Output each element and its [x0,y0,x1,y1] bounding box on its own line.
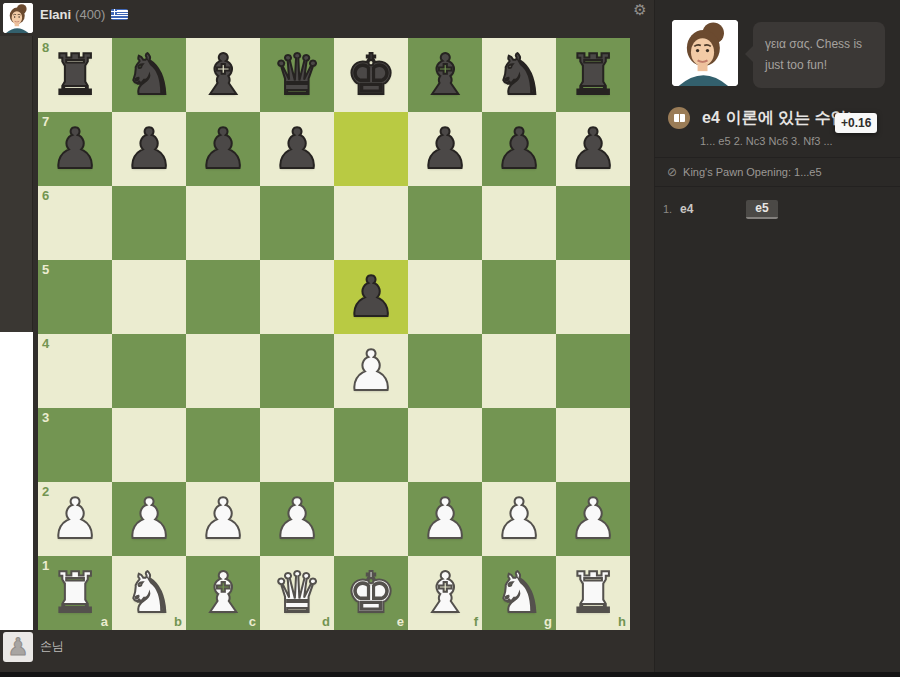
square-b2[interactable]: ♟ [112,482,186,556]
piece-white-pawn[interactable]: ♟ [494,482,544,556]
piece-white-rook[interactable]: ♜ [568,556,618,630]
square-b1[interactable]: b♞ [112,556,186,630]
square-f3[interactable] [408,408,482,482]
square-a6[interactable]: 6 [38,186,112,260]
square-g8[interactable]: ♞ [482,38,556,112]
square-b6[interactable] [112,186,186,260]
analysis-heading-text: e4이론에 있는 수입니 [702,108,852,129]
piece-black-rook[interactable]: ♜ [50,38,100,112]
square-c1[interactable]: c♝ [186,556,260,630]
game-window: Elani(400) ⚙ 8♜♞♝♛♚♝♞♜7♟♟♟♟♟♟♟65♟4♟32♟♟♟… [0,0,900,677]
square-c6[interactable] [186,186,260,260]
chat-message-line2: just too fun! [765,55,873,76]
rank-label-3: 3 [42,410,49,425]
rank-label-7: 7 [42,114,49,129]
file-label-d: d [322,614,330,629]
greece-flag-icon [111,9,128,20]
square-c3[interactable] [186,408,260,482]
square-g7[interactable]: ♟ [482,112,556,186]
piece-black-pawn[interactable]: ♟ [420,112,470,186]
square-f4[interactable] [408,334,482,408]
square-d2[interactable]: ♟ [260,482,334,556]
square-d3[interactable] [260,408,334,482]
square-g6[interactable] [482,186,556,260]
square-h1[interactable]: h♜ [556,556,630,630]
square-a4[interactable]: 4 [38,334,112,408]
piece-white-bishop[interactable]: ♝ [420,556,470,630]
square-h2[interactable]: ♟ [556,482,630,556]
square-f7[interactable]: ♟ [408,112,482,186]
square-c7[interactable]: ♟ [186,112,260,186]
square-h6[interactable] [556,186,630,260]
opening-book-icon [668,107,690,129]
square-f8[interactable]: ♝ [408,38,482,112]
piece-white-knight[interactable]: ♞ [494,556,544,630]
move-list-row: 1. e4 e5 [654,198,900,220]
square-d1[interactable]: d♛ [260,556,334,630]
square-f2[interactable]: ♟ [408,482,482,556]
file-label-e: e [397,614,404,629]
analysis-comment: 이론에 있는 수입니 [726,109,852,126]
square-d8[interactable]: ♛ [260,38,334,112]
square-g3[interactable] [482,408,556,482]
file-label-c: c [249,614,256,629]
right-panel [654,0,900,677]
opening-name: King's Pawn Opening: 1...e5 [683,166,821,178]
bottom-border-bar [0,672,900,677]
square-e8[interactable]: ♚ [334,38,408,112]
piece-black-bishop[interactable]: ♝ [198,38,248,112]
square-f6[interactable] [408,186,482,260]
piece-white-pawn[interactable]: ♟ [198,482,248,556]
square-d4[interactable] [260,334,334,408]
square-a5[interactable]: 5 [38,260,112,334]
left-panel-edge-dark [0,36,33,332]
move-white[interactable]: e4 [680,202,746,216]
chess-board: 8♜♞♝♛♚♝♞♜7♟♟♟♟♟♟♟65♟4♟32♟♟♟♟♟♟♟1a♜b♞c♝d♛… [38,38,630,630]
player-avatar[interactable]: ♟ [3,632,33,662]
coach-avatar[interactable] [672,20,738,86]
square-c4[interactable] [186,334,260,408]
piece-white-rook[interactable]: ♜ [50,556,100,630]
square-b5[interactable] [112,260,186,334]
square-b8[interactable]: ♞ [112,38,186,112]
square-f5[interactable] [408,260,482,334]
square-e2[interactable] [334,482,408,556]
piece-black-pawn[interactable]: ♟ [568,112,618,186]
piece-black-queen[interactable]: ♛ [272,38,322,112]
piece-white-queen[interactable]: ♛ [272,556,322,630]
rank-label-8: 8 [42,40,49,55]
file-label-a: a [101,614,108,629]
opponent-name-text: Elani [40,7,71,22]
piece-white-king[interactable]: ♚ [346,556,396,630]
square-b3[interactable] [112,408,186,482]
rank-label-5: 5 [42,262,49,277]
rank-label-1: 1 [42,558,49,573]
piece-black-pawn[interactable]: ♟ [272,112,322,186]
opening-name-row[interactable]: ⊘ King's Pawn Opening: 1...e5 [654,157,900,187]
piece-white-pawn[interactable]: ♟ [272,482,322,556]
square-e7[interactable] [334,112,408,186]
piece-black-knight[interactable]: ♞ [494,38,544,112]
piece-black-pawn[interactable]: ♟ [346,260,396,334]
rank-label-4: 4 [42,336,49,351]
square-a8[interactable]: 8♜ [38,38,112,112]
file-label-f: f [474,614,478,629]
eval-badge: +0.16 [835,113,877,133]
square-g5[interactable] [482,260,556,334]
piece-white-pawn[interactable]: ♟ [124,482,174,556]
piece-white-pawn[interactable]: ♟ [50,482,100,556]
opening-circle-icon: ⊘ [667,165,677,179]
square-c8[interactable]: ♝ [186,38,260,112]
square-g1[interactable]: g♞ [482,556,556,630]
square-d6[interactable] [260,186,334,260]
woman-avatar-illustration [672,20,738,86]
opponent-avatar[interactable] [3,3,33,33]
square-a3[interactable]: 3 [38,408,112,482]
opponent-name[interactable]: Elani(400) [40,7,128,22]
square-d5[interactable] [260,260,334,334]
piece-black-bishop[interactable]: ♝ [420,38,470,112]
square-h7[interactable]: ♟ [556,112,630,186]
chat-message-line1: γεια σας. Chess is [765,34,873,55]
piece-black-king[interactable]: ♚ [346,38,396,112]
move-number: 1. [654,203,680,215]
piece-white-knight[interactable]: ♞ [124,556,174,630]
file-label-b: b [174,614,182,629]
piece-black-pawn[interactable]: ♟ [494,112,544,186]
rank-label-6: 6 [42,188,49,203]
square-h5[interactable] [556,260,630,334]
square-e1[interactable]: e♚ [334,556,408,630]
square-a7[interactable]: 7♟ [38,112,112,186]
square-f1[interactable]: f♝ [408,556,482,630]
square-c2[interactable]: ♟ [186,482,260,556]
piece-white-pawn[interactable]: ♟ [568,482,618,556]
square-g2[interactable]: ♟ [482,482,556,556]
move-black-selected[interactable]: e5 [746,200,778,219]
piece-white-bishop[interactable]: ♝ [198,556,248,630]
file-label-h: h [618,614,626,629]
square-c5[interactable] [186,260,260,334]
piece-black-pawn[interactable]: ♟ [124,112,174,186]
square-g4[interactable] [482,334,556,408]
piece-white-pawn[interactable]: ♟ [346,334,396,408]
square-a1[interactable]: 1a♜ [38,556,112,630]
analysis-move: e4 [702,109,720,126]
piece-black-pawn[interactable]: ♟ [50,112,100,186]
chat-bubble: γεια σας. Chess is just too fun! [753,22,885,88]
book-continuation-line: 1... e5 2. Nc3 Nc6 3. Nf3 ... [700,135,833,147]
woman-avatar-illustration [3,3,33,33]
left-panel-edge-white [0,332,33,630]
settings-gear-icon[interactable]: ⚙ [630,0,650,20]
player-name: 손님 [40,638,64,655]
square-e4[interactable]: ♟ [334,334,408,408]
square-d7[interactable]: ♟ [260,112,334,186]
square-e3[interactable] [334,408,408,482]
square-e6[interactable] [334,186,408,260]
square-b4[interactable] [112,334,186,408]
piece-black-rook[interactable]: ♜ [568,38,618,112]
piece-white-pawn[interactable]: ♟ [420,482,470,556]
pawn-avatar-icon: ♟ [7,632,29,662]
square-b7[interactable]: ♟ [112,112,186,186]
piece-black-knight[interactable]: ♞ [124,38,174,112]
square-h3[interactable] [556,408,630,482]
square-a2[interactable]: 2♟ [38,482,112,556]
rank-label-2: 2 [42,484,49,499]
file-label-g: g [544,614,552,629]
piece-black-pawn[interactable]: ♟ [198,112,248,186]
opponent-rating: (400) [75,7,105,22]
square-e5[interactable]: ♟ [334,260,408,334]
analysis-heading: e4이론에 있는 수입니 [668,107,852,129]
square-h8[interactable]: ♜ [556,38,630,112]
square-h4[interactable] [556,334,630,408]
